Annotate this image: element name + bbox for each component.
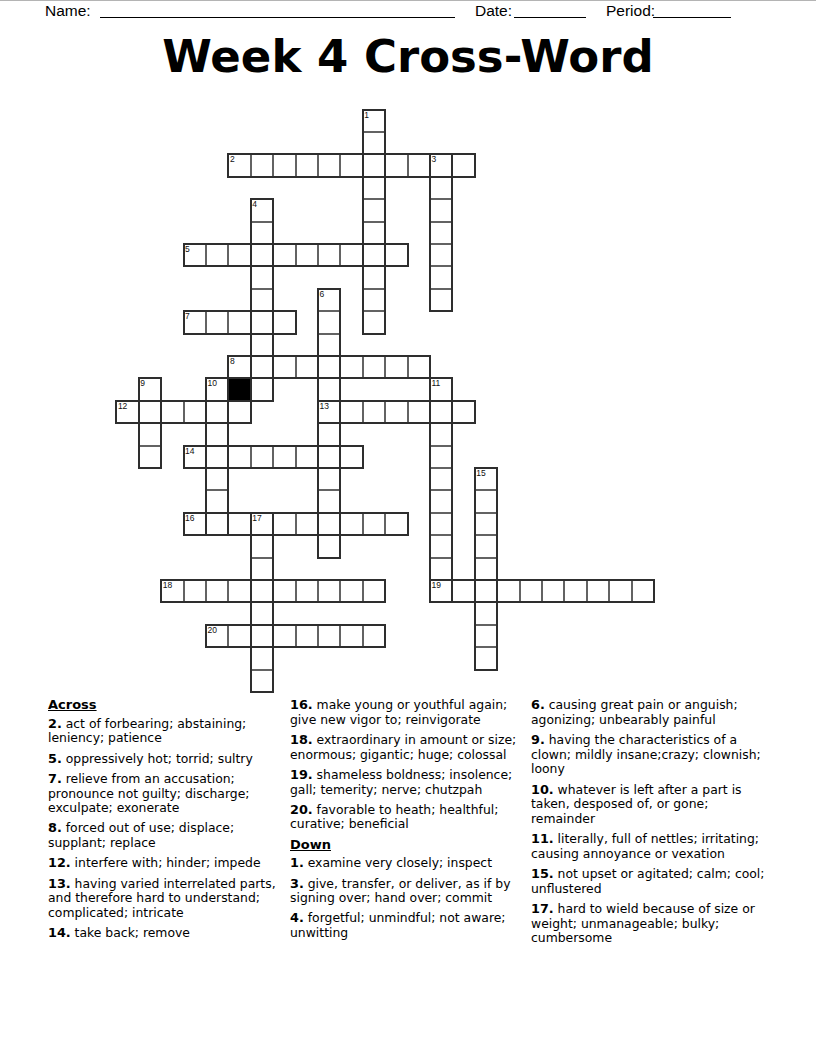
- grid-cell-r14c1[interactable]: [139, 423, 161, 445]
- grid-cell-r6c6[interactable]: [251, 244, 273, 266]
- grid-cell-r11c9[interactable]: [318, 356, 340, 378]
- clue-7: 7. relieve from an accusation; pronounce…: [48, 772, 289, 816]
- grid-cell-r6c14[interactable]: [430, 244, 452, 266]
- grid-cell-r2c6[interactable]: [251, 154, 273, 176]
- grid-cell-r2c10[interactable]: [340, 154, 362, 176]
- grid-cell-r2c15[interactable]: [452, 154, 474, 176]
- grid-cell-r13c5[interactable]: [228, 401, 250, 423]
- grid-cell-r23c7[interactable]: [273, 625, 295, 647]
- grid-cell-r2c14[interactable]: [430, 154, 452, 176]
- grid-cell-r24c6[interactable]: [251, 647, 273, 669]
- period-blank-line[interactable]: [653, 17, 731, 18]
- grid-cell-r24c16[interactable]: [475, 647, 497, 669]
- grid-cell-r13c1[interactable]: [139, 401, 161, 423]
- clue-column-2: 16. make young or youthful again; give n…: [290, 698, 528, 946]
- grid-cell-r13c9[interactable]: [318, 401, 340, 423]
- grid-cell-r7c14[interactable]: [430, 266, 452, 288]
- crossword-grid: 1234567891011121314151617181920: [116, 110, 654, 692]
- grid-cell-r2c7[interactable]: [273, 154, 295, 176]
- grid-cell-r21c2[interactable]: [161, 580, 183, 602]
- grid-cell-r11c11[interactable]: [363, 356, 385, 378]
- date-blank-line[interactable]: [514, 17, 586, 18]
- grid-cell-r11c5[interactable]: [228, 356, 250, 378]
- grid-cell-r13c11[interactable]: [363, 401, 385, 423]
- grid-cell-r21c8[interactable]: [296, 580, 318, 602]
- grid-cell-r6c7[interactable]: [273, 244, 295, 266]
- grid-cell-r2c11[interactable]: [363, 154, 385, 176]
- grid-cell-r6c5[interactable]: [228, 244, 250, 266]
- grid-cell-r13c14[interactable]: [430, 401, 452, 423]
- grid-cell-r21c9[interactable]: [318, 580, 340, 602]
- clue-19: 19. shameless boldness; insolence; gall;…: [290, 768, 528, 797]
- grid-cell-r16c16[interactable]: [475, 468, 497, 490]
- grid-cell-r2c8[interactable]: [296, 154, 318, 176]
- grid-cell-r21c21[interactable]: [587, 580, 609, 602]
- clue-15: 15. not upset or agitated; calm; cool; u…: [531, 867, 774, 896]
- clue-17: 17. hard to wield because of size or wei…: [531, 902, 774, 946]
- grid-cell-r15c3[interactable]: [184, 446, 206, 468]
- clue-column-3: 6. causing great pain or anguish; agoniz…: [531, 698, 774, 952]
- clue-5: 5. oppressively hot; torrid; sultry: [48, 752, 289, 767]
- grid-cell-r13c4[interactable]: [206, 401, 228, 423]
- grid-cell-r2c13[interactable]: [408, 154, 430, 176]
- grid-cell-r21c7[interactable]: [273, 580, 295, 602]
- grid-cell-r6c9[interactable]: [318, 244, 340, 266]
- clue-12: 12. interfere with; hinder; impede: [48, 856, 289, 871]
- grid-cell-r17c9[interactable]: [318, 490, 340, 512]
- grid-cell-r13c3[interactable]: [184, 401, 206, 423]
- grid-cell-r22c16[interactable]: [475, 602, 497, 624]
- name-label: Name:: [45, 2, 91, 20]
- grid-cell-r22c6[interactable]: [251, 602, 273, 624]
- grid-cell-r3c11[interactable]: [363, 177, 385, 199]
- grid-cell-r8c11[interactable]: [363, 289, 385, 311]
- grid-cell-r21c19[interactable]: [542, 580, 564, 602]
- grid-cell-r16c9[interactable]: [318, 468, 340, 490]
- grid-cell-r11c6[interactable]: [251, 356, 273, 378]
- grid-cell-r8c14[interactable]: [430, 289, 452, 311]
- down-heading: Down: [290, 838, 528, 853]
- grid-cell-r9c4[interactable]: [206, 311, 228, 333]
- clue-9: 9. having the characteristics of a clown…: [531, 733, 774, 777]
- grid-cell-r9c6[interactable]: [251, 311, 273, 333]
- grid-cell-r2c9[interactable]: [318, 154, 340, 176]
- grid-cell-r21c22[interactable]: [609, 580, 631, 602]
- clue-13: 13. having varied interrelated parts, an…: [48, 877, 289, 921]
- grid-cell-r19c6[interactable]: [251, 535, 273, 557]
- grid-cell-r21c15[interactable]: [452, 580, 474, 602]
- grid-cell-r12c6[interactable]: [251, 378, 273, 400]
- clue-2: 2. act of forbearing; abstaining; lenien…: [48, 717, 289, 746]
- grid-cell-r21c20[interactable]: [564, 580, 586, 602]
- grid-cell-r23c4[interactable]: [206, 625, 228, 647]
- grid-cell-r21c16[interactable]: [475, 580, 497, 602]
- grid-cell-r11c12[interactable]: [385, 356, 407, 378]
- grid-cell-r15c6[interactable]: [251, 446, 273, 468]
- grid-cell-r18c16[interactable]: [475, 513, 497, 535]
- grid-cell-r18c10[interactable]: [340, 513, 362, 535]
- grid-cell-r14c4[interactable]: [206, 423, 228, 445]
- grid-cell-r4c11[interactable]: [363, 199, 385, 221]
- grid-cell-r18c12[interactable]: [385, 513, 407, 535]
- grid-cell-r14c9[interactable]: [318, 423, 340, 445]
- grid-cell-r15c7[interactable]: [273, 446, 295, 468]
- clue-column-1: Across2. act of forbearing; abstaining; …: [48, 698, 289, 946]
- grid-cell-r5c14[interactable]: [430, 222, 452, 244]
- grid-cell-r8c9[interactable]: [318, 289, 340, 311]
- crossword-worksheet: { "game": "crossword", "header": { "name…: [0, 0, 816, 1056]
- grid-cell-r23c6[interactable]: [251, 625, 273, 647]
- grid-cell-r19c9[interactable]: [318, 535, 340, 557]
- grid-cell-r6c12[interactable]: [385, 244, 407, 266]
- grid-cell-r0c11[interactable]: [363, 110, 385, 132]
- period-label: Period:: [606, 2, 655, 20]
- grid-cell-r5c11[interactable]: [363, 222, 385, 244]
- grid-cell-r4c6[interactable]: [251, 199, 273, 221]
- grid-cell-r21c17[interactable]: [497, 580, 519, 602]
- grid-cell-r12c9[interactable]: [318, 378, 340, 400]
- grid-cell-r8c6[interactable]: [251, 289, 273, 311]
- grid-cell-r6c10[interactable]: [340, 244, 362, 266]
- grid-cell-r21c14[interactable]: [430, 580, 452, 602]
- grid-cell-r11c10[interactable]: [340, 356, 362, 378]
- grid-cell-r13c12[interactable]: [385, 401, 407, 423]
- grid-cell-r9c7[interactable]: [273, 311, 295, 333]
- grid-cell-r23c11[interactable]: [363, 625, 385, 647]
- grid-cell-r13c0[interactable]: [116, 401, 138, 423]
- grid-cell-r6c4[interactable]: [206, 244, 228, 266]
- grid-cell-r14c14[interactable]: [430, 423, 452, 445]
- worksheet-title: Week 4 Cross-Word: [0, 30, 816, 83]
- grid-cell-r21c6[interactable]: [251, 580, 273, 602]
- clue-4: 4. forgetful; unmindful; not aware; unwi…: [290, 911, 528, 940]
- grid-cell-r21c3[interactable]: [184, 580, 206, 602]
- grid-cell-r23c5[interactable]: [228, 625, 250, 647]
- grid-cell-r20c6[interactable]: [251, 558, 273, 580]
- grid-cell-r19c16[interactable]: [475, 535, 497, 557]
- grid-cell-r15c9[interactable]: [318, 446, 340, 468]
- grid-cell-r15c1[interactable]: [139, 446, 161, 468]
- grid-cell-r9c3[interactable]: [184, 311, 206, 333]
- grid-cell-r10c6[interactable]: [251, 334, 273, 356]
- name-blank-line[interactable]: [100, 17, 455, 18]
- clue-10: 10. whatever is left after a part is tak…: [531, 783, 774, 827]
- grid-cell-r21c23[interactable]: [632, 580, 654, 602]
- clue-14: 14. take back; remove: [48, 926, 289, 941]
- grid-cell-r13c13[interactable]: [408, 401, 430, 423]
- grid-cell-r17c4[interactable]: [206, 490, 228, 512]
- grid-cell-r7c6[interactable]: [251, 266, 273, 288]
- grid-cell-r17c14[interactable]: [430, 490, 452, 512]
- grid-cell-r12c1[interactable]: [139, 378, 161, 400]
- grid-cell-r2c5[interactable]: [228, 154, 250, 176]
- grid-cell-r12c4[interactable]: [206, 378, 228, 400]
- grid-cell-r16c14[interactable]: [430, 468, 452, 490]
- grid-cell-r13c2[interactable]: [161, 401, 183, 423]
- grid-cell-r7c11[interactable]: [363, 266, 385, 288]
- grid-cell-r15c8[interactable]: [296, 446, 318, 468]
- clue-6: 6. causing great pain or anguish; agoniz…: [531, 698, 774, 727]
- grid-cell-r13c10[interactable]: [340, 401, 362, 423]
- grid-cell-r18c5[interactable]: [228, 513, 250, 535]
- grid-cell-r18c6[interactable]: [251, 513, 273, 535]
- grid-cell-r25c6[interactable]: [251, 670, 273, 692]
- across-heading: Across: [48, 698, 289, 713]
- grid-cell-r6c8[interactable]: [296, 244, 318, 266]
- grid-cell-r18c3[interactable]: [184, 513, 206, 535]
- grid-cell-r15c4[interactable]: [206, 446, 228, 468]
- grid-cell-r10c9[interactable]: [318, 334, 340, 356]
- clue-16: 16. make young or youthful again; give n…: [290, 698, 528, 727]
- grid-cell-r2c12[interactable]: [385, 154, 407, 176]
- grid-cell-r13c15[interactable]: [452, 401, 474, 423]
- grid-cell-r12c14[interactable]: [430, 378, 452, 400]
- grid-cell-r11c7[interactable]: [273, 356, 295, 378]
- grid-cell-r20c14[interactable]: [430, 558, 452, 580]
- clue-20: 20. favorable to heath; healthful; curat…: [290, 803, 528, 832]
- grid-cell-r5c6[interactable]: [251, 222, 273, 244]
- grid-cell-r23c8[interactable]: [296, 625, 318, 647]
- grid-cell-r15c10[interactable]: [340, 446, 362, 468]
- grid-cell-r3c14[interactable]: [430, 177, 452, 199]
- grid-cell-r11c13[interactable]: [408, 356, 430, 378]
- grid-cell-r23c10[interactable]: [340, 625, 362, 647]
- grid-cell-r15c5[interactable]: [228, 446, 250, 468]
- grid-cell-r6c11[interactable]: [363, 244, 385, 266]
- grid-cell-r17c16[interactable]: [475, 490, 497, 512]
- grid-cell-r21c11[interactable]: [363, 580, 385, 602]
- grid-cell-r23c9[interactable]: [318, 625, 340, 647]
- grid-cell-r23c16[interactable]: [475, 625, 497, 647]
- clue-18: 18. extraordinary in amount or size; eno…: [290, 733, 528, 762]
- grid-cell-r11c8[interactable]: [296, 356, 318, 378]
- grid-cell-r9c9[interactable]: [318, 311, 340, 333]
- grid-cell-r20c16[interactable]: [475, 558, 497, 580]
- grid-cell-r18c14[interactable]: [430, 513, 452, 535]
- date-label: Date:: [475, 2, 512, 20]
- grid-cell-r9c5[interactable]: [228, 311, 250, 333]
- clue-8: 8. forced out of use; displace; supplant…: [48, 821, 289, 850]
- page-top-rule: [0, 0, 816, 1]
- grid-cell-r6c3[interactable]: [184, 244, 206, 266]
- grid-cell-r15c14[interactable]: [430, 446, 452, 468]
- grid-cell-r21c5[interactable]: [228, 580, 250, 602]
- grid-cell-r16c4[interactable]: [206, 468, 228, 490]
- grid-cell-r4c14[interactable]: [430, 199, 452, 221]
- grid-cell-r19c14[interactable]: [430, 535, 452, 557]
- grid-cell-r18c4[interactable]: [206, 513, 228, 535]
- black-cell: [228, 378, 250, 400]
- grid-cell-r18c7[interactable]: [273, 513, 295, 535]
- grid-cell-r1c11[interactable]: [363, 132, 385, 154]
- grid-cell-r18c11[interactable]: [363, 513, 385, 535]
- grid-cell-r18c8[interactable]: [296, 513, 318, 535]
- clue-3: 3. give, transfer, or deliver, as if by …: [290, 877, 528, 906]
- clue-11: 11. literally, full of nettles; irritati…: [531, 832, 774, 861]
- grid-cell-r21c4[interactable]: [206, 580, 228, 602]
- grid-cell-r9c11[interactable]: [363, 311, 385, 333]
- grid-cell-r21c10[interactable]: [340, 580, 362, 602]
- grid-cell-r18c9[interactable]: [318, 513, 340, 535]
- grid-cell-r21c18[interactable]: [520, 580, 542, 602]
- clue-1: 1. examine very closely; inspect: [290, 856, 528, 871]
